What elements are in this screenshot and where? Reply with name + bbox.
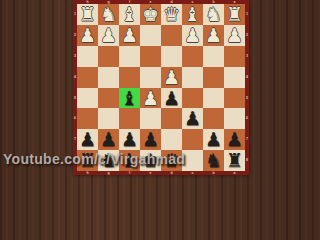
piece-white-queen[interactable]: ♛ xyxy=(161,4,182,25)
piece-black-rook[interactable]: ♜ xyxy=(224,150,245,171)
square-c5[interactable] xyxy=(182,88,203,109)
piece-white-pawn[interactable]: ♟ xyxy=(98,25,119,46)
square-h7[interactable]: ♟ xyxy=(77,129,98,150)
piece-black-pawn[interactable]: ♟ xyxy=(119,129,140,150)
piece-white-pawn[interactable]: ♟ xyxy=(182,25,203,46)
piece-white-pawn[interactable]: ♟ xyxy=(161,67,182,88)
piece-white-pawn[interactable]: ♟ xyxy=(77,25,98,46)
video-frame: { "game": "chess", "position": { "fen": … xyxy=(0,0,320,180)
square-d2[interactable] xyxy=(161,25,182,46)
square-g1[interactable]: ♞ xyxy=(98,4,119,25)
square-a8[interactable]: ♜ xyxy=(224,150,245,171)
piece-white-rook[interactable]: ♜ xyxy=(77,4,98,25)
square-f3[interactable] xyxy=(119,46,140,67)
coordinate-label: b xyxy=(203,171,224,175)
square-h1[interactable]: ♜ xyxy=(77,4,98,25)
coordinate-label: d xyxy=(161,171,182,175)
square-c3[interactable] xyxy=(182,46,203,67)
square-f2[interactable]: ♟ xyxy=(119,25,140,46)
coordinate-label: e xyxy=(140,171,161,175)
coordinate-label: 2 xyxy=(245,25,249,46)
piece-white-pawn[interactable]: ♟ xyxy=(119,25,140,46)
coordinate-label: 4 xyxy=(245,67,249,88)
piece-black-pawn[interactable]: ♟ xyxy=(182,108,203,129)
square-e2[interactable] xyxy=(140,25,161,46)
square-e3[interactable] xyxy=(140,46,161,67)
piece-black-pawn[interactable]: ♟ xyxy=(224,129,245,150)
piece-white-pawn[interactable]: ♟ xyxy=(203,25,224,46)
square-h6[interactable] xyxy=(77,108,98,129)
square-c7[interactable] xyxy=(182,129,203,150)
square-d6[interactable] xyxy=(161,108,182,129)
square-b3[interactable] xyxy=(203,46,224,67)
coordinate-label: f xyxy=(119,171,140,175)
square-a1[interactable]: ♜ xyxy=(224,4,245,25)
square-d4[interactable]: ♟ xyxy=(161,67,182,88)
square-e4[interactable] xyxy=(140,67,161,88)
piece-black-pawn[interactable]: ♟ xyxy=(140,129,161,150)
piece-black-pawn[interactable]: ♟ xyxy=(203,129,224,150)
square-g7[interactable]: ♟ xyxy=(98,129,119,150)
square-a6[interactable] xyxy=(224,108,245,129)
piece-black-bishop[interactable]: ♝ xyxy=(119,88,140,109)
square-g3[interactable] xyxy=(98,46,119,67)
piece-white-knight[interactable]: ♞ xyxy=(98,4,119,25)
coordinate-label: 8 xyxy=(245,150,249,171)
chess-board: hgfedcba hgfedcba 12345678 12345678 ♜♞♝♚… xyxy=(73,0,249,175)
piece-white-pawn[interactable]: ♟ xyxy=(140,88,161,109)
coordinate-label: h xyxy=(77,171,98,175)
square-e5[interactable]: ♟ xyxy=(140,88,161,109)
square-a4[interactable] xyxy=(224,67,245,88)
rank-labels-right: 12345678 xyxy=(245,4,249,171)
square-d3[interactable] xyxy=(161,46,182,67)
channel-watermark: Youtube.com/c/Virgahmad xyxy=(3,151,185,167)
coordinate-label: g xyxy=(98,171,119,175)
piece-white-pawn[interactable]: ♟ xyxy=(224,25,245,46)
square-f6[interactable] xyxy=(119,108,140,129)
piece-black-pawn[interactable]: ♟ xyxy=(161,88,182,109)
square-b2[interactable]: ♟ xyxy=(203,25,224,46)
square-a3[interactable] xyxy=(224,46,245,67)
square-f4[interactable] xyxy=(119,67,140,88)
piece-white-bishop[interactable]: ♝ xyxy=(182,4,203,25)
square-h5[interactable] xyxy=(77,88,98,109)
coordinate-label: 3 xyxy=(245,46,249,67)
square-h3[interactable] xyxy=(77,46,98,67)
coordinate-label: c xyxy=(182,171,203,175)
square-b1[interactable]: ♞ xyxy=(203,4,224,25)
square-c2[interactable]: ♟ xyxy=(182,25,203,46)
square-g4[interactable] xyxy=(98,67,119,88)
square-c1[interactable]: ♝ xyxy=(182,4,203,25)
square-e1[interactable]: ♚ xyxy=(140,4,161,25)
square-g5[interactable] xyxy=(98,88,119,109)
piece-white-knight[interactable]: ♞ xyxy=(203,4,224,25)
square-e6[interactable] xyxy=(140,108,161,129)
square-e7[interactable]: ♟ xyxy=(140,129,161,150)
square-b7[interactable]: ♟ xyxy=(203,129,224,150)
piece-white-king[interactable]: ♚ xyxy=(140,4,161,25)
square-g6[interactable] xyxy=(98,108,119,129)
square-a7[interactable]: ♟ xyxy=(224,129,245,150)
coordinate-label: 6 xyxy=(245,108,249,129)
square-b5[interactable] xyxy=(203,88,224,109)
square-b6[interactable] xyxy=(203,108,224,129)
file-labels-bottom: hgfedcba xyxy=(77,171,245,175)
piece-black-pawn[interactable]: ♟ xyxy=(98,129,119,150)
board-grid: ♜♞♝♚♛♝♞♜♟♟♟♟♟♟♟♝♟♟♟♟♟♟♟♟♟♜♞♝♚♛♞♜ xyxy=(77,4,245,171)
square-a2[interactable]: ♟ xyxy=(224,25,245,46)
coordinate-label: 1 xyxy=(245,4,249,25)
square-c6[interactable]: ♟ xyxy=(182,108,203,129)
square-f5[interactable]: ♝ xyxy=(119,88,140,109)
square-b4[interactable] xyxy=(203,67,224,88)
square-f1[interactable]: ♝ xyxy=(119,4,140,25)
square-a5[interactable] xyxy=(224,88,245,109)
piece-black-pawn[interactable]: ♟ xyxy=(77,129,98,150)
piece-white-bishop[interactable]: ♝ xyxy=(119,4,140,25)
square-d5[interactable]: ♟ xyxy=(161,88,182,109)
coordinate-label: 7 xyxy=(245,129,249,150)
square-d7[interactable] xyxy=(161,129,182,150)
square-g2[interactable]: ♟ xyxy=(98,25,119,46)
coordinate-label: a xyxy=(224,171,245,175)
square-h4[interactable] xyxy=(77,67,98,88)
square-h2[interactable]: ♟ xyxy=(77,25,98,46)
square-d1[interactable]: ♛ xyxy=(161,4,182,25)
coordinate-label: 5 xyxy=(245,88,249,109)
piece-black-knight[interactable]: ♞ xyxy=(203,150,224,171)
square-b8[interactable]: ♞ xyxy=(203,150,224,171)
square-f7[interactable]: ♟ xyxy=(119,129,140,150)
piece-white-rook[interactable]: ♜ xyxy=(224,4,245,25)
square-c4[interactable] xyxy=(182,67,203,88)
